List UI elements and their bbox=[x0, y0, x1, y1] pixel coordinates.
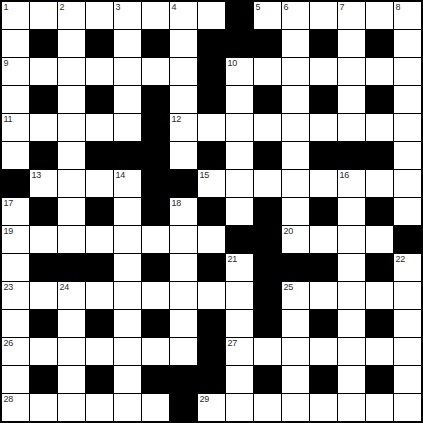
cell-r0c2[interactable]: 2 bbox=[58, 2, 85, 29]
cell-r13c0[interactable] bbox=[2, 366, 29, 393]
cell-r5c14[interactable] bbox=[394, 142, 421, 169]
cell-r4c10[interactable] bbox=[282, 114, 309, 141]
block-cell-r7c5 bbox=[142, 198, 169, 225]
cell-r11c12[interactable] bbox=[338, 310, 365, 337]
cell-r6c12[interactable]: 16 bbox=[338, 170, 365, 197]
cell-r10c12[interactable] bbox=[338, 282, 365, 309]
block-cell-r13c9 bbox=[254, 366, 281, 393]
block-cell-r0c8 bbox=[226, 2, 253, 29]
cell-r12c14[interactable] bbox=[394, 338, 421, 365]
cell-r7c12[interactable] bbox=[338, 198, 365, 225]
block-cell-r13c6 bbox=[170, 366, 197, 393]
cell-r5c2[interactable] bbox=[58, 142, 85, 169]
clue-number: 1 bbox=[4, 2, 9, 13]
cell-r12c6[interactable] bbox=[170, 338, 197, 365]
cell-r7c2[interactable] bbox=[58, 198, 85, 225]
block-cell-r2c7 bbox=[198, 58, 225, 85]
block-cell-r11c7 bbox=[198, 310, 225, 337]
block-cell-r5c12 bbox=[338, 142, 365, 169]
cell-r4c7[interactable] bbox=[198, 114, 225, 141]
cell-r7c10[interactable] bbox=[282, 198, 309, 225]
block-cell-r5c5 bbox=[142, 142, 169, 169]
cell-r14c4[interactable] bbox=[114, 394, 141, 421]
cell-r14c1[interactable] bbox=[30, 394, 57, 421]
clue-number: 6 bbox=[284, 2, 289, 13]
clue-number: 15 bbox=[200, 170, 209, 181]
cell-r13c8[interactable] bbox=[226, 366, 253, 393]
cell-r2c13[interactable] bbox=[366, 58, 393, 85]
cell-r6c4[interactable]: 14 bbox=[114, 170, 141, 197]
block-cell-r1c1 bbox=[30, 30, 57, 57]
cell-r6c2[interactable] bbox=[58, 170, 85, 197]
cell-r4c11[interactable] bbox=[310, 114, 337, 141]
cell-r12c3[interactable] bbox=[86, 338, 113, 365]
clue-number: 10 bbox=[228, 58, 237, 69]
block-cell-r7c3 bbox=[86, 198, 113, 225]
cell-r6c1[interactable]: 13 bbox=[30, 170, 57, 197]
cell-r2c3[interactable] bbox=[86, 58, 113, 85]
cell-r8c4[interactable] bbox=[114, 226, 141, 253]
cell-r3c0[interactable] bbox=[2, 86, 29, 113]
cell-r10c7[interactable] bbox=[198, 282, 225, 309]
block-cell-r1c7 bbox=[198, 30, 225, 57]
cell-r5c0[interactable] bbox=[2, 142, 29, 169]
cell-r4c8[interactable] bbox=[226, 114, 253, 141]
block-cell-r11c1 bbox=[30, 310, 57, 337]
cell-r6c9[interactable] bbox=[254, 170, 281, 197]
cell-r12c13[interactable] bbox=[366, 338, 393, 365]
cell-r14c5[interactable] bbox=[142, 394, 169, 421]
cell-r1c4[interactable] bbox=[114, 30, 141, 57]
cell-r2c12[interactable] bbox=[338, 58, 365, 85]
cell-r1c2[interactable] bbox=[58, 30, 85, 57]
cell-r4c3[interactable] bbox=[86, 114, 113, 141]
clue-number: 18 bbox=[172, 198, 181, 209]
cell-r3c2[interactable] bbox=[58, 86, 85, 113]
clue-number: 20 bbox=[284, 226, 293, 237]
clue-number: 17 bbox=[4, 198, 13, 209]
block-cell-r5c4 bbox=[114, 142, 141, 169]
block-cell-r9c11 bbox=[310, 254, 337, 281]
block-cell-r8c8 bbox=[226, 226, 253, 253]
cell-r14c12[interactable] bbox=[338, 394, 365, 421]
block-cell-r1c13 bbox=[366, 30, 393, 57]
clue-number: 2 bbox=[60, 2, 65, 13]
cell-r3c6[interactable] bbox=[170, 86, 197, 113]
cell-r0c1[interactable] bbox=[30, 2, 57, 29]
block-cell-r5c7 bbox=[198, 142, 225, 169]
clue-number: 25 bbox=[284, 282, 293, 293]
block-cell-r3c9 bbox=[254, 86, 281, 113]
clue-number: 13 bbox=[32, 170, 41, 181]
block-cell-r6c5 bbox=[142, 170, 169, 197]
cell-r8c7[interactable] bbox=[198, 226, 225, 253]
cell-r11c6[interactable] bbox=[170, 310, 197, 337]
cell-r0c14[interactable]: 8 bbox=[394, 2, 421, 29]
cell-r4c0[interactable]: 11 bbox=[2, 114, 29, 141]
block-cell-r7c9 bbox=[254, 198, 281, 225]
cell-r0c11[interactable] bbox=[310, 2, 337, 29]
cell-r11c0[interactable] bbox=[2, 310, 29, 337]
cell-r11c8[interactable] bbox=[226, 310, 253, 337]
cell-r10c13[interactable] bbox=[366, 282, 393, 309]
cell-r0c13[interactable] bbox=[366, 2, 393, 29]
cell-r7c8[interactable] bbox=[226, 198, 253, 225]
cell-r4c2[interactable] bbox=[58, 114, 85, 141]
clue-number: 27 bbox=[228, 338, 237, 349]
block-cell-r9c9 bbox=[254, 254, 281, 281]
cell-r14c8[interactable] bbox=[226, 394, 253, 421]
cell-r7c4[interactable] bbox=[114, 198, 141, 225]
cell-r10c3[interactable] bbox=[86, 282, 113, 309]
cell-r6c14[interactable] bbox=[394, 170, 421, 197]
cell-r11c2[interactable] bbox=[58, 310, 85, 337]
block-cell-r5c13 bbox=[366, 142, 393, 169]
cell-r6c8[interactable] bbox=[226, 170, 253, 197]
cell-r2c8[interactable]: 10 bbox=[226, 58, 253, 85]
cell-r10c5[interactable] bbox=[142, 282, 169, 309]
block-cell-r6c0 bbox=[2, 170, 29, 197]
block-cell-r13c3 bbox=[86, 366, 113, 393]
block-cell-r13c11 bbox=[310, 366, 337, 393]
cell-r6c11[interactable] bbox=[310, 170, 337, 197]
block-cell-r5c3 bbox=[86, 142, 113, 169]
cell-r7c14[interactable] bbox=[394, 198, 421, 225]
cell-r0c12[interactable]: 7 bbox=[338, 2, 365, 29]
block-cell-r13c13 bbox=[366, 366, 393, 393]
cell-r13c4[interactable] bbox=[114, 366, 141, 393]
block-cell-r7c7 bbox=[198, 198, 225, 225]
block-cell-r3c7 bbox=[198, 86, 225, 113]
cell-r2c6[interactable] bbox=[170, 58, 197, 85]
cell-r5c10[interactable] bbox=[282, 142, 309, 169]
cell-r0c5[interactable] bbox=[142, 2, 169, 29]
cell-r12c0[interactable]: 26 bbox=[2, 338, 29, 365]
block-cell-r1c8 bbox=[226, 30, 253, 57]
cell-r14c14[interactable] bbox=[394, 394, 421, 421]
cell-r3c12[interactable] bbox=[338, 86, 365, 113]
clue-number: 5 bbox=[256, 2, 261, 13]
block-cell-r9c10 bbox=[282, 254, 309, 281]
cell-r7c0[interactable]: 17 bbox=[2, 198, 29, 225]
clue-number: 26 bbox=[4, 338, 13, 349]
clue-number: 29 bbox=[200, 394, 209, 405]
clue-number: 16 bbox=[340, 170, 349, 181]
cell-r1c14[interactable] bbox=[394, 30, 421, 57]
block-cell-r9c13 bbox=[366, 254, 393, 281]
cell-r0c0[interactable]: 1 bbox=[2, 2, 29, 29]
cell-r12c9[interactable] bbox=[254, 338, 281, 365]
cell-r6c10[interactable] bbox=[282, 170, 309, 197]
block-cell-r13c1 bbox=[30, 366, 57, 393]
cell-r10c2[interactable]: 24 bbox=[58, 282, 85, 309]
cell-r8c1[interactable] bbox=[30, 226, 57, 253]
clue-number: 19 bbox=[4, 226, 13, 237]
cell-r9c6[interactable] bbox=[170, 254, 197, 281]
cell-r13c2[interactable] bbox=[58, 366, 85, 393]
cell-r4c1[interactable] bbox=[30, 114, 57, 141]
cell-r2c10[interactable] bbox=[282, 58, 309, 85]
cell-r12c12[interactable] bbox=[338, 338, 365, 365]
block-cell-r1c9 bbox=[254, 30, 281, 57]
clue-number: 12 bbox=[172, 114, 181, 125]
cell-r6c13[interactable] bbox=[366, 170, 393, 197]
cell-r9c4[interactable] bbox=[114, 254, 141, 281]
cell-r1c6[interactable] bbox=[170, 30, 197, 57]
clue-number: 22 bbox=[396, 254, 405, 265]
crossword-grid: 1234567891011121314151617181920212223242… bbox=[0, 0, 423, 423]
block-cell-r8c14 bbox=[394, 226, 421, 253]
cell-r12c1[interactable] bbox=[30, 338, 57, 365]
cell-r10c10[interactable]: 25 bbox=[282, 282, 309, 309]
cell-r2c4[interactable] bbox=[114, 58, 141, 85]
cell-r0c9[interactable]: 5 bbox=[254, 2, 281, 29]
cell-r13c12[interactable] bbox=[338, 366, 365, 393]
block-cell-r13c7 bbox=[198, 366, 225, 393]
cell-r10c1[interactable] bbox=[30, 282, 57, 309]
block-cell-r14c6 bbox=[170, 394, 197, 421]
block-cell-r3c1 bbox=[30, 86, 57, 113]
cell-r4c13[interactable] bbox=[366, 114, 393, 141]
cell-r12c2[interactable] bbox=[58, 338, 85, 365]
block-cell-r9c7 bbox=[198, 254, 225, 281]
cell-r3c14[interactable] bbox=[394, 86, 421, 113]
cell-r10c0[interactable]: 23 bbox=[2, 282, 29, 309]
block-cell-r1c3 bbox=[86, 30, 113, 57]
cell-r12c4[interactable] bbox=[114, 338, 141, 365]
clue-number: 28 bbox=[4, 394, 13, 405]
cell-r9c14[interactable]: 22 bbox=[394, 254, 421, 281]
cell-r10c8[interactable] bbox=[226, 282, 253, 309]
clue-number: 8 bbox=[396, 2, 401, 13]
block-cell-r9c3 bbox=[86, 254, 113, 281]
cell-r2c0[interactable]: 9 bbox=[2, 58, 29, 85]
block-cell-r3c5 bbox=[142, 86, 169, 113]
block-cell-r11c5 bbox=[142, 310, 169, 337]
block-cell-r7c13 bbox=[366, 198, 393, 225]
cell-r8c13[interactable] bbox=[366, 226, 393, 253]
block-cell-r9c5 bbox=[142, 254, 169, 281]
cell-r12c5[interactable] bbox=[142, 338, 169, 365]
block-cell-r9c2 bbox=[58, 254, 85, 281]
block-cell-r7c11 bbox=[310, 198, 337, 225]
cell-r8c0[interactable]: 19 bbox=[2, 226, 29, 253]
cell-r4c9[interactable] bbox=[254, 114, 281, 141]
block-cell-r13c5 bbox=[142, 366, 169, 393]
cell-r3c4[interactable] bbox=[114, 86, 141, 113]
clue-number: 21 bbox=[228, 254, 237, 265]
cell-r5c8[interactable] bbox=[226, 142, 253, 169]
block-cell-r3c3 bbox=[86, 86, 113, 113]
cell-r2c5[interactable] bbox=[142, 58, 169, 85]
clue-number: 3 bbox=[116, 2, 121, 13]
cell-r4c4[interactable] bbox=[114, 114, 141, 141]
cell-r4c14[interactable] bbox=[394, 114, 421, 141]
block-cell-r3c13 bbox=[366, 86, 393, 113]
cell-r8c6[interactable] bbox=[170, 226, 197, 253]
block-cell-r3c11 bbox=[310, 86, 337, 113]
block-cell-r5c9 bbox=[254, 142, 281, 169]
cell-r14c3[interactable] bbox=[86, 394, 113, 421]
clue-number: 4 bbox=[172, 2, 177, 13]
cell-r10c11[interactable] bbox=[310, 282, 337, 309]
cell-r11c14[interactable] bbox=[394, 310, 421, 337]
cell-r9c12[interactable] bbox=[338, 254, 365, 281]
block-cell-r10c9 bbox=[254, 282, 281, 309]
clue-number: 23 bbox=[4, 282, 13, 293]
cell-r14c9[interactable] bbox=[254, 394, 281, 421]
cell-r1c10[interactable] bbox=[282, 30, 309, 57]
clue-number: 14 bbox=[116, 170, 125, 181]
block-cell-r11c11 bbox=[310, 310, 337, 337]
cell-r4c12[interactable] bbox=[338, 114, 365, 141]
cell-r1c0[interactable] bbox=[2, 30, 29, 57]
cell-r9c8[interactable]: 21 bbox=[226, 254, 253, 281]
cell-r2c11[interactable] bbox=[310, 58, 337, 85]
cell-r8c12[interactable] bbox=[338, 226, 365, 253]
cell-r13c14[interactable] bbox=[394, 366, 421, 393]
cell-r8c2[interactable] bbox=[58, 226, 85, 253]
block-cell-r6c6 bbox=[170, 170, 197, 197]
block-cell-r12c7 bbox=[198, 338, 225, 365]
cell-r14c10[interactable] bbox=[282, 394, 309, 421]
cell-r2c14[interactable] bbox=[394, 58, 421, 85]
clue-number: 9 bbox=[4, 58, 9, 69]
cell-r8c11[interactable] bbox=[310, 226, 337, 253]
cell-r6c3[interactable] bbox=[86, 170, 113, 197]
cell-r0c10[interactable]: 6 bbox=[282, 2, 309, 29]
cell-r2c9[interactable] bbox=[254, 58, 281, 85]
cell-r3c10[interactable] bbox=[282, 86, 309, 113]
cell-r14c7[interactable]: 29 bbox=[198, 394, 225, 421]
block-cell-r11c13 bbox=[366, 310, 393, 337]
cell-r4c6[interactable]: 12 bbox=[170, 114, 197, 141]
cell-r8c10[interactable]: 20 bbox=[282, 226, 309, 253]
cell-r0c4[interactable]: 3 bbox=[114, 2, 141, 29]
cell-r12c8[interactable]: 27 bbox=[226, 338, 253, 365]
block-cell-r11c3 bbox=[86, 310, 113, 337]
block-cell-r7c1 bbox=[30, 198, 57, 225]
block-cell-r4c5 bbox=[142, 114, 169, 141]
clue-number: 7 bbox=[340, 2, 345, 13]
block-cell-r1c5 bbox=[142, 30, 169, 57]
block-cell-r5c1 bbox=[30, 142, 57, 169]
block-cell-r11c9 bbox=[254, 310, 281, 337]
cell-r10c6[interactable] bbox=[170, 282, 197, 309]
cell-r3c8[interactable] bbox=[226, 86, 253, 113]
block-cell-r8c9 bbox=[254, 226, 281, 253]
cell-r10c14[interactable] bbox=[394, 282, 421, 309]
cell-r14c11[interactable] bbox=[310, 394, 337, 421]
cell-r10c4[interactable] bbox=[114, 282, 141, 309]
cell-r2c2[interactable] bbox=[58, 58, 85, 85]
cell-r14c2[interactable] bbox=[58, 394, 85, 421]
cell-r12c11[interactable] bbox=[310, 338, 337, 365]
cell-r8c3[interactable] bbox=[86, 226, 113, 253]
cell-r0c3[interactable] bbox=[86, 2, 113, 29]
clue-number: 24 bbox=[60, 282, 69, 293]
cell-r1c12[interactable] bbox=[338, 30, 365, 57]
block-cell-r9c1 bbox=[30, 254, 57, 281]
cell-r11c10[interactable] bbox=[282, 310, 309, 337]
block-cell-r1c11 bbox=[310, 30, 337, 57]
cell-r14c0[interactable]: 28 bbox=[2, 394, 29, 421]
block-cell-r5c11 bbox=[310, 142, 337, 169]
cell-r6c7[interactable]: 15 bbox=[198, 170, 225, 197]
cell-r8c5[interactable] bbox=[142, 226, 169, 253]
cell-r0c6[interactable]: 4 bbox=[170, 2, 197, 29]
cell-r11c4[interactable] bbox=[114, 310, 141, 337]
cell-r13c10[interactable] bbox=[282, 366, 309, 393]
cell-r2c1[interactable] bbox=[30, 58, 57, 85]
cell-r7c6[interactable]: 18 bbox=[170, 198, 197, 225]
clue-number: 11 bbox=[4, 114, 13, 125]
cell-r0c7[interactable] bbox=[198, 2, 225, 29]
cell-r9c0[interactable] bbox=[2, 254, 29, 281]
cell-r14c13[interactable] bbox=[366, 394, 393, 421]
cell-r12c10[interactable] bbox=[282, 338, 309, 365]
cell-r5c6[interactable] bbox=[170, 142, 197, 169]
